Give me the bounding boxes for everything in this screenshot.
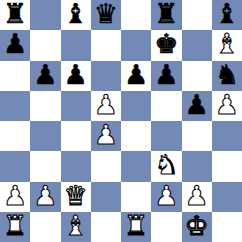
square-d7[interactable]	[91, 30, 121, 60]
square-e1[interactable]: ♜	[121, 212, 151, 242]
square-b1[interactable]	[30, 212, 60, 242]
square-h4[interactable]	[212, 121, 242, 151]
square-d6[interactable]	[91, 61, 121, 91]
square-c4[interactable]	[61, 121, 91, 151]
square-a6[interactable]	[0, 61, 30, 91]
square-b5[interactable]	[30, 91, 60, 121]
square-f6[interactable]: ♟	[151, 61, 181, 91]
square-g8[interactable]	[182, 0, 212, 30]
square-a3[interactable]	[0, 151, 30, 181]
square-a5[interactable]	[0, 91, 30, 121]
square-e6[interactable]: ♟	[121, 61, 151, 91]
square-f3[interactable]: ♞	[151, 151, 181, 181]
square-d1[interactable]	[91, 212, 121, 242]
black-pawn[interactable]: ♟	[3, 30, 27, 59]
square-g3[interactable]	[182, 151, 212, 181]
square-b7[interactable]	[30, 30, 60, 60]
black-pawn[interactable]: ♟	[124, 61, 148, 90]
black-king[interactable]: ♚	[154, 30, 178, 59]
white-king[interactable]: ♚	[185, 212, 209, 241]
square-c2[interactable]: ♛	[61, 182, 91, 212]
black-pawn[interactable]: ♟	[33, 61, 57, 90]
square-g1[interactable]: ♚	[182, 212, 212, 242]
square-h2[interactable]	[212, 182, 242, 212]
square-e3[interactable]	[121, 151, 151, 181]
square-a8[interactable]: ♜	[0, 0, 30, 30]
square-f7[interactable]: ♚	[151, 30, 181, 60]
black-rook[interactable]: ♜	[154, 0, 178, 29]
white-knight[interactable]: ♞	[154, 151, 178, 180]
white-queen[interactable]: ♛	[64, 182, 88, 211]
square-h3[interactable]	[212, 151, 242, 181]
square-g4[interactable]	[182, 121, 212, 151]
square-e4[interactable]	[121, 121, 151, 151]
square-h6[interactable]: ♞	[212, 61, 242, 91]
square-a4[interactable]	[0, 121, 30, 151]
white-pawn[interactable]: ♟	[33, 182, 57, 211]
square-c3[interactable]	[61, 151, 91, 181]
square-e5[interactable]	[121, 91, 151, 121]
square-h5[interactable]: ♟	[212, 91, 242, 121]
square-f2[interactable]: ♟	[151, 182, 181, 212]
square-g6[interactable]	[182, 61, 212, 91]
white-pawn[interactable]: ♟	[94, 121, 118, 150]
black-rook[interactable]: ♜	[3, 0, 27, 29]
black-pawn[interactable]: ♟	[185, 91, 209, 120]
square-b8[interactable]	[30, 0, 60, 30]
black-pawn[interactable]: ♟	[154, 61, 178, 90]
white-bishop[interactable]: ♝	[64, 212, 88, 241]
square-b4[interactable]	[30, 121, 60, 151]
white-pawn[interactable]: ♟	[154, 182, 178, 211]
black-queen[interactable]: ♛	[94, 0, 118, 29]
square-g2[interactable]: ♟	[182, 182, 212, 212]
square-c6[interactable]: ♟	[61, 61, 91, 91]
square-b6[interactable]: ♟	[30, 61, 60, 91]
square-e2[interactable]	[121, 182, 151, 212]
white-pawn[interactable]: ♟	[94, 91, 118, 120]
square-e7[interactable]	[121, 30, 151, 60]
square-d3[interactable]	[91, 151, 121, 181]
white-bishop[interactable]: ♝	[215, 30, 239, 59]
square-b2[interactable]: ♟	[30, 182, 60, 212]
square-f5[interactable]	[151, 91, 181, 121]
chess-board: ♜♝♛♜♝♟♚♝♟♟♟♟♞♟♟♟♟♞♟♟♛♟♟♜♝♜♚	[0, 0, 242, 242]
square-a1[interactable]: ♜	[0, 212, 30, 242]
square-d5[interactable]: ♟	[91, 91, 121, 121]
square-c8[interactable]: ♝	[61, 0, 91, 30]
square-f4[interactable]	[151, 121, 181, 151]
square-a7[interactable]: ♟	[0, 30, 30, 60]
black-knight[interactable]: ♞	[215, 61, 239, 90]
white-pawn[interactable]: ♟	[3, 182, 27, 211]
square-d8[interactable]: ♛	[91, 0, 121, 30]
black-bishop[interactable]: ♝	[64, 0, 88, 29]
square-h7[interactable]: ♝	[212, 30, 242, 60]
square-c1[interactable]: ♝	[61, 212, 91, 242]
square-b3[interactable]	[30, 151, 60, 181]
square-f8[interactable]: ♜	[151, 0, 181, 30]
white-rook[interactable]: ♜	[124, 212, 148, 241]
square-g7[interactable]	[182, 30, 212, 60]
black-bishop[interactable]: ♝	[215, 0, 239, 29]
square-f1[interactable]	[151, 212, 181, 242]
square-e8[interactable]	[121, 0, 151, 30]
square-d4[interactable]: ♟	[91, 121, 121, 151]
square-c7[interactable]	[61, 30, 91, 60]
square-d2[interactable]	[91, 182, 121, 212]
square-h8[interactable]: ♝	[212, 0, 242, 30]
white-rook[interactable]: ♜	[3, 212, 27, 241]
black-pawn[interactable]: ♟	[64, 61, 88, 90]
white-pawn[interactable]: ♟	[215, 91, 239, 120]
square-a2[interactable]: ♟	[0, 182, 30, 212]
square-h1[interactable]	[212, 212, 242, 242]
screenshot-root: ♜♝♛♜♝♟♚♝♟♟♟♟♞♟♟♟♟♞♟♟♛♟♟♜♝♜♚	[0, 0, 242, 242]
square-g5[interactable]: ♟	[182, 91, 212, 121]
square-c5[interactable]	[61, 91, 91, 121]
white-pawn[interactable]: ♟	[185, 182, 209, 211]
